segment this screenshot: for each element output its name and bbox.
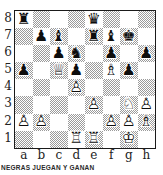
square-f8[interactable]: [103, 11, 121, 28]
square-h7[interactable]: [138, 28, 156, 45]
white-king-g1: ♚♔: [120, 131, 138, 148]
square-d5[interactable]: ♟♟: [68, 62, 86, 79]
white-rook-e1: ♜♖: [85, 131, 103, 148]
file-label-b: b: [33, 148, 51, 162]
square-d3[interactable]: [68, 96, 86, 113]
black-knight-d6: ♞♞: [68, 45, 86, 62]
piece-glyph: ♜: [17, 12, 31, 28]
white-queen-c5: ♛♕: [50, 62, 68, 79]
black-rook-e7: ♜♜: [85, 28, 103, 45]
square-e7[interactable]: ♜♜: [85, 28, 103, 45]
square-e6[interactable]: [85, 45, 103, 62]
square-h3[interactable]: ♟♙: [138, 96, 156, 113]
file-labels: abcdefgh: [15, 148, 155, 162]
square-b8[interactable]: [33, 11, 51, 28]
square-d1[interactable]: ♜♖: [68, 131, 86, 148]
white-pawn-g2: ♟♙: [120, 114, 138, 131]
square-a3[interactable]: [15, 96, 33, 113]
piece-glyph: ♙: [122, 114, 136, 130]
file-label-h: h: [138, 148, 156, 162]
file-label-d: d: [68, 148, 86, 162]
white-pawn-b2: ♟♙: [33, 114, 51, 131]
rank-labels: 87654321: [0, 10, 12, 147]
piece-glyph: ♞: [69, 46, 83, 62]
piece-glyph: ♟: [17, 63, 31, 79]
square-a4[interactable]: [15, 79, 33, 96]
square-e3[interactable]: ♟♙: [85, 96, 103, 113]
piece-glyph: ♝: [52, 29, 66, 45]
square-e8[interactable]: ♛♛: [85, 11, 103, 28]
file-label-f: f: [103, 148, 121, 162]
square-b4[interactable]: [33, 79, 51, 96]
square-g7[interactable]: ♚♚: [120, 28, 138, 45]
piece-glyph: ♙: [69, 80, 83, 96]
piece-glyph: ♖: [69, 131, 83, 147]
square-d4[interactable]: ♟♙: [68, 79, 86, 96]
square-b2[interactable]: ♟♙: [33, 114, 51, 131]
rank-label-8: 8: [0, 10, 12, 27]
square-b7[interactable]: ♟♟: [33, 28, 51, 45]
white-bishop-h2: ♝♗: [138, 114, 156, 131]
white-bishop-f5: ♝♗: [103, 62, 121, 79]
square-g6[interactable]: [120, 45, 138, 62]
square-e2[interactable]: [85, 114, 103, 131]
square-g1[interactable]: ♚♔: [120, 131, 138, 148]
piece-glyph: ♔: [122, 131, 136, 147]
caption: NEGRAS JUEGAN Y GANAN: [1, 164, 95, 171]
square-b6[interactable]: [33, 45, 51, 62]
square-h1[interactable]: [138, 131, 156, 148]
rank-label-2: 2: [0, 113, 12, 130]
square-f1[interactable]: [103, 131, 121, 148]
rank-label-1: 1: [0, 130, 12, 147]
rank-label-4: 4: [0, 78, 12, 95]
piece-glyph: ♘: [122, 97, 136, 113]
square-c1[interactable]: [50, 131, 68, 148]
square-d6[interactable]: ♞♞: [68, 45, 86, 62]
piece-glyph: ♟: [34, 29, 48, 45]
file-label-e: e: [85, 148, 103, 162]
square-h4[interactable]: [138, 79, 156, 96]
piece-glyph: ♟: [104, 46, 118, 62]
black-bishop-f7: ♝♝: [103, 28, 121, 45]
black-king-g7: ♚♚: [120, 28, 138, 45]
rank-label-5: 5: [0, 61, 12, 78]
square-c6[interactable]: ♟♟: [50, 45, 68, 62]
piece-glyph: ♖: [87, 131, 101, 147]
square-d2[interactable]: [68, 114, 86, 131]
black-pawn-g5: ♟♟: [120, 62, 138, 79]
piece-glyph: ♙: [34, 114, 48, 130]
chess-diagram-page: 87654321 ♜♜♛♛♟♟♝♝♜♜♝♝♚♚♟♟♞♞♟♟♟♟♟♟♛♕♟♟♝♗♟…: [0, 0, 163, 175]
square-g3[interactable]: ♞♘: [120, 96, 138, 113]
piece-glyph: ♜: [87, 29, 101, 45]
square-g8[interactable]: [120, 11, 138, 28]
square-e5[interactable]: [85, 62, 103, 79]
square-c3[interactable]: [50, 96, 68, 113]
rank-label-3: 3: [0, 95, 12, 112]
square-g4[interactable]: [120, 79, 138, 96]
black-pawn-h6: ♟♟: [138, 45, 156, 62]
piece-glyph: ♛: [87, 12, 101, 28]
square-f6[interactable]: ♟♟: [103, 45, 121, 62]
square-c7[interactable]: ♝♝: [50, 28, 68, 45]
file-label-g: g: [120, 148, 138, 162]
piece-glyph: ♙: [139, 97, 153, 113]
square-f4[interactable]: [103, 79, 121, 96]
square-h8[interactable]: [138, 11, 156, 28]
square-c4[interactable]: [50, 79, 68, 96]
square-c5[interactable]: ♛♕: [50, 62, 68, 79]
black-pawn-b7: ♟♟: [33, 28, 51, 45]
square-a6[interactable]: [15, 45, 33, 62]
square-e1[interactable]: ♜♖: [85, 131, 103, 148]
square-f7[interactable]: ♝♝: [103, 28, 121, 45]
square-b3[interactable]: [33, 96, 51, 113]
square-a7[interactable]: [15, 28, 33, 45]
piece-glyph: ♙: [17, 114, 31, 130]
black-pawn-f6: ♟♟: [103, 45, 121, 62]
square-f5[interactable]: ♝♗: [103, 62, 121, 79]
square-b5[interactable]: [33, 62, 51, 79]
piece-glyph: ♗: [139, 114, 153, 130]
black-queen-e8: ♛♛: [85, 11, 103, 28]
square-d7[interactable]: [68, 28, 86, 45]
black-rook-a8: ♜♜: [15, 11, 33, 28]
piece-glyph: ♟: [69, 63, 83, 79]
square-g2[interactable]: ♟♙: [120, 114, 138, 131]
white-knight-g3: ♞♘: [120, 96, 138, 113]
piece-glyph: ♗: [104, 63, 118, 79]
white-pawn-e3: ♟♙: [85, 96, 103, 113]
piece-glyph: ♙: [87, 97, 101, 113]
piece-glyph: ♟: [122, 63, 136, 79]
square-a8[interactable]: ♜♜: [15, 11, 33, 28]
file-label-a: a: [15, 148, 33, 162]
square-g5[interactable]: ♟♟: [120, 62, 138, 79]
square-a2[interactable]: ♟♙: [15, 114, 33, 131]
black-pawn-c6: ♟♟: [50, 45, 68, 62]
square-h5[interactable]: [138, 62, 156, 79]
square-f3[interactable]: [103, 96, 121, 113]
white-pawn-a2: ♟♙: [15, 114, 33, 131]
rank-label-6: 6: [0, 44, 12, 61]
white-pawn-d4: ♟♙: [68, 79, 86, 96]
piece-glyph: ♟: [139, 46, 153, 62]
board: ♜♜♛♛♟♟♝♝♜♜♝♝♚♚♟♟♞♞♟♟♟♟♟♟♛♕♟♟♝♗♟♟♟♙♟♙♞♘♟♙…: [14, 10, 156, 149]
square-f2[interactable]: ♟♙: [103, 114, 121, 131]
piece-glyph: ♝: [104, 29, 118, 45]
square-h2[interactable]: ♝♗: [138, 114, 156, 131]
square-c2[interactable]: [50, 114, 68, 131]
piece-glyph: ♚: [122, 29, 136, 45]
square-h6[interactable]: ♟♟: [138, 45, 156, 62]
piece-glyph: ♕: [52, 63, 66, 79]
square-c8[interactable]: [50, 11, 68, 28]
rank-label-7: 7: [0, 27, 12, 44]
file-label-c: c: [50, 148, 68, 162]
black-pawn-d5: ♟♟: [68, 62, 86, 79]
black-pawn-a5: ♟♟: [15, 62, 33, 79]
square-b1[interactable]: [33, 131, 51, 148]
piece-glyph: ♟: [52, 46, 66, 62]
piece-glyph: ♙: [104, 114, 118, 130]
square-d8[interactable]: [68, 11, 86, 28]
white-rook-d1: ♜♖: [68, 131, 86, 148]
square-a5[interactable]: ♟♟: [15, 62, 33, 79]
black-bishop-c7: ♝♝: [50, 28, 68, 45]
white-pawn-f2: ♟♙: [103, 114, 121, 131]
white-pawn-h3: ♟♙: [138, 96, 156, 113]
square-a1[interactable]: [15, 131, 33, 148]
square-e4[interactable]: [85, 79, 103, 96]
